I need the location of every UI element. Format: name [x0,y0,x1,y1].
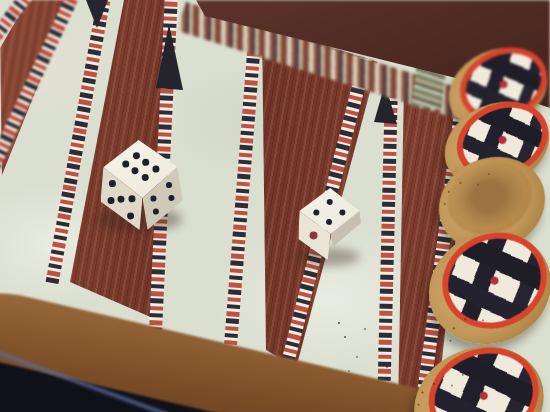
dust-specks [338,322,340,324]
die-2[interactable] [296,185,365,261]
backgammon-photo [0,0,550,412]
stripe-band-7 [377,84,398,412]
stripe-band-5 [224,27,262,345]
die-1[interactable] [98,137,185,234]
